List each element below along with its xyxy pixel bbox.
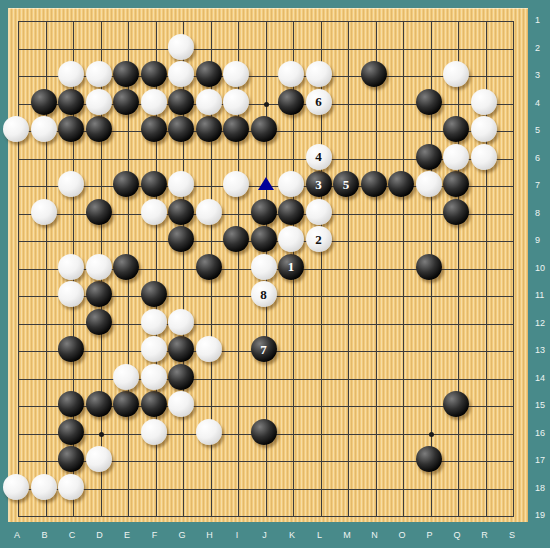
black-stone: 5 — [333, 171, 359, 197]
black-stone — [58, 116, 84, 142]
row-label: 18 — [535, 483, 545, 493]
black-stone — [86, 309, 112, 335]
move-number-label: 8 — [260, 288, 267, 301]
black-stone — [58, 336, 84, 362]
black-stone — [388, 171, 414, 197]
black-stone — [58, 391, 84, 417]
row-label: 15 — [535, 400, 545, 410]
white-stone — [168, 61, 194, 87]
black-stone — [141, 391, 167, 417]
black-stone — [168, 226, 194, 252]
column-label: E — [124, 530, 130, 540]
black-stone — [113, 391, 139, 417]
white-stone — [86, 254, 112, 280]
white-stone — [196, 199, 222, 225]
black-stone — [416, 446, 442, 472]
grid-line-horizontal — [18, 516, 514, 517]
white-stone — [31, 474, 57, 500]
white-stone — [196, 419, 222, 445]
white-stone — [443, 61, 469, 87]
column-label: F — [152, 530, 158, 540]
move-number-label: 3 — [315, 178, 322, 191]
white-stone — [113, 364, 139, 390]
black-stone — [416, 89, 442, 115]
white-stone — [58, 254, 84, 280]
black-stone: 3 — [306, 171, 332, 197]
white-stone — [58, 61, 84, 87]
row-label: 5 — [535, 125, 540, 135]
row-label: 14 — [535, 373, 545, 383]
black-stone — [278, 199, 304, 225]
white-stone — [31, 116, 57, 142]
black-stone — [251, 199, 277, 225]
white-stone — [141, 199, 167, 225]
white-stone — [168, 34, 194, 60]
row-label: 1 — [535, 15, 540, 25]
white-stone — [223, 171, 249, 197]
row-label: 11 — [535, 290, 544, 300]
move-number-label: 6 — [315, 95, 322, 108]
white-stone — [471, 89, 497, 115]
black-stone — [443, 171, 469, 197]
black-stone — [113, 171, 139, 197]
black-stone — [141, 116, 167, 142]
white-stone — [196, 336, 222, 362]
black-stone — [223, 116, 249, 142]
black-stone — [86, 199, 112, 225]
white-stone — [168, 309, 194, 335]
black-stone — [196, 116, 222, 142]
white-stone — [471, 144, 497, 170]
black-stone — [223, 226, 249, 252]
black-stone — [141, 281, 167, 307]
black-stone — [58, 89, 84, 115]
white-stone — [416, 171, 442, 197]
black-stone — [361, 171, 387, 197]
white-stone — [31, 199, 57, 225]
black-stone — [416, 254, 442, 280]
white-stone — [306, 199, 332, 225]
white-stone — [58, 281, 84, 307]
black-stone — [443, 391, 469, 417]
row-label: 10 — [535, 263, 545, 273]
white-stone — [58, 171, 84, 197]
black-stone — [113, 61, 139, 87]
white-stone — [168, 171, 194, 197]
black-stone: 1 — [278, 254, 304, 280]
row-label: 9 — [535, 235, 540, 245]
move-number-label: 2 — [315, 233, 322, 246]
star-point — [429, 432, 434, 437]
black-stone: 7 — [251, 336, 277, 362]
white-stone — [3, 116, 29, 142]
black-stone — [196, 61, 222, 87]
row-label: 13 — [535, 345, 545, 355]
white-stone — [86, 446, 112, 472]
white-stone: 4 — [306, 144, 332, 170]
move-number-label: 1 — [288, 260, 295, 273]
row-label: 4 — [535, 98, 540, 108]
go-board[interactable]: 35176428 — [8, 8, 528, 522]
row-label: 19 — [535, 510, 545, 520]
black-stone — [58, 419, 84, 445]
white-stone — [306, 61, 332, 87]
black-stone — [113, 89, 139, 115]
column-label: A — [14, 530, 20, 540]
row-label: 3 — [535, 70, 540, 80]
white-stone — [278, 226, 304, 252]
grid-line-vertical — [348, 21, 349, 517]
white-stone — [443, 144, 469, 170]
white-stone: 8 — [251, 281, 277, 307]
white-stone — [58, 474, 84, 500]
white-stone: 2 — [306, 226, 332, 252]
grid-line-vertical — [376, 21, 377, 517]
black-stone — [141, 61, 167, 87]
column-label: O — [398, 530, 405, 540]
go-board-frame: 35176428 ABCDEFGHIJKLMNOPQRS123456789101… — [0, 0, 550, 548]
column-label: M — [343, 530, 351, 540]
column-label: G — [178, 530, 185, 540]
column-label: R — [481, 530, 488, 540]
white-stone — [86, 61, 112, 87]
column-label: I — [236, 530, 239, 540]
black-stone — [251, 419, 277, 445]
black-stone — [278, 89, 304, 115]
row-label: 8 — [535, 208, 540, 218]
white-stone — [223, 61, 249, 87]
white-stone — [141, 336, 167, 362]
star-point — [264, 102, 269, 107]
column-label: L — [317, 530, 322, 540]
grid-line-vertical — [458, 21, 459, 517]
black-stone — [31, 89, 57, 115]
black-stone — [251, 226, 277, 252]
black-stone — [443, 116, 469, 142]
white-stone — [3, 474, 29, 500]
black-stone — [58, 446, 84, 472]
white-stone — [141, 89, 167, 115]
black-stone — [251, 116, 277, 142]
black-stone — [361, 61, 387, 87]
black-stone — [113, 254, 139, 280]
white-stone — [196, 89, 222, 115]
row-label: 7 — [535, 180, 540, 190]
white-stone — [251, 254, 277, 280]
row-label: 2 — [535, 43, 540, 53]
white-stone — [86, 89, 112, 115]
row-label: 17 — [535, 455, 545, 465]
black-stone — [141, 171, 167, 197]
white-stone — [223, 89, 249, 115]
black-stone — [86, 116, 112, 142]
white-stone — [141, 419, 167, 445]
black-stone — [168, 364, 194, 390]
column-label: N — [371, 530, 378, 540]
white-stone — [471, 116, 497, 142]
triangle-marker — [258, 177, 274, 190]
black-stone — [168, 89, 194, 115]
black-stone — [168, 116, 194, 142]
row-label: 6 — [535, 153, 540, 163]
grid-line-vertical — [403, 21, 404, 517]
grid-line-vertical — [513, 21, 514, 517]
move-number-label: 4 — [315, 150, 322, 163]
row-label: 16 — [535, 428, 545, 438]
black-stone — [168, 199, 194, 225]
grid-line-horizontal — [18, 489, 514, 490]
white-stone — [278, 171, 304, 197]
move-number-label: 7 — [260, 343, 267, 356]
white-stone — [168, 391, 194, 417]
black-stone — [86, 281, 112, 307]
white-stone — [141, 364, 167, 390]
column-label: D — [96, 530, 103, 540]
white-stone: 6 — [306, 89, 332, 115]
column-label: H — [206, 530, 213, 540]
grid-line-horizontal — [18, 379, 514, 380]
column-label: B — [41, 530, 47, 540]
black-stone — [86, 391, 112, 417]
black-stone — [168, 336, 194, 362]
star-point — [99, 432, 104, 437]
black-stone — [416, 144, 442, 170]
black-stone — [443, 199, 469, 225]
black-stone — [196, 254, 222, 280]
row-label: 12 — [535, 318, 545, 328]
white-stone — [141, 309, 167, 335]
column-label: S — [509, 530, 515, 540]
column-label: P — [426, 530, 432, 540]
column-label: C — [69, 530, 76, 540]
white-stone — [278, 61, 304, 87]
column-label: Q — [453, 530, 460, 540]
column-label: J — [262, 530, 267, 540]
column-label: K — [289, 530, 295, 540]
move-number-label: 5 — [343, 178, 350, 191]
